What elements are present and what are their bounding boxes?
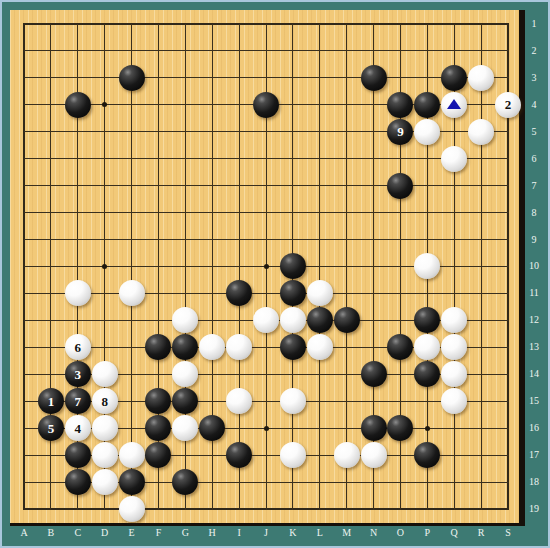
row-label-17: 17 — [522, 448, 546, 462]
column-label-f: F — [148, 526, 168, 542]
go-diagram-window: 296317854 ABCDEFGHIJKLMNOPQRS12345678910… — [0, 0, 550, 548]
stone-black-c14: 3 — [65, 361, 91, 387]
column-label-q: Q — [444, 526, 464, 542]
stone-white-k17 — [280, 442, 306, 468]
stone-black-l12 — [307, 307, 333, 333]
move-number-label-3: 3 — [75, 368, 82, 381]
stone-white-e19 — [119, 496, 145, 522]
stone-white-q4 — [441, 92, 467, 118]
column-label-m: M — [337, 526, 357, 542]
stone-black-n14 — [361, 361, 387, 387]
row-label-13: 13 — [522, 340, 546, 354]
stone-white-d16 — [92, 415, 118, 441]
move-number-label-6: 6 — [75, 341, 82, 354]
row-label-8: 8 — [522, 206, 546, 220]
column-label-s: S — [498, 526, 518, 542]
row-label-6: 6 — [522, 152, 546, 166]
column-label-c: C — [68, 526, 88, 542]
stone-white-l13 — [307, 334, 333, 360]
row-label-3: 3 — [522, 71, 546, 85]
grid-vline-L — [319, 24, 320, 510]
stone-black-e18 — [119, 469, 145, 495]
row-label-4: 4 — [522, 98, 546, 112]
grid-vline-E — [131, 24, 132, 510]
grid-hline-3 — [24, 77, 509, 78]
column-label-a: A — [14, 526, 34, 542]
stone-white-c13: 6 — [65, 334, 91, 360]
row-label-2: 2 — [522, 44, 546, 58]
column-label-p: P — [417, 526, 437, 542]
column-label-g: G — [175, 526, 195, 542]
grid-hline-8 — [24, 212, 509, 213]
stone-black-e3 — [119, 65, 145, 91]
stone-black-q3 — [441, 65, 467, 91]
grid-hline-6 — [24, 158, 509, 159]
row-label-12: 12 — [522, 313, 546, 327]
grid-hline-9 — [24, 239, 509, 240]
stone-black-c15: 7 — [65, 388, 91, 414]
star-point-p16 — [425, 426, 430, 431]
stone-white-p5 — [414, 119, 440, 145]
column-label-n: N — [364, 526, 384, 542]
row-label-19: 19 — [522, 502, 546, 516]
grid-vline-R — [481, 24, 482, 510]
stone-white-m17 — [334, 442, 360, 468]
stone-white-e17 — [119, 442, 145, 468]
move-number-label-7: 7 — [75, 395, 82, 408]
stone-black-p4 — [414, 92, 440, 118]
move-number-label-5: 5 — [48, 422, 55, 435]
column-label-h: H — [202, 526, 222, 542]
row-label-11: 11 — [522, 286, 546, 300]
stone-white-d14 — [92, 361, 118, 387]
stone-white-d18 — [92, 469, 118, 495]
column-label-e: E — [122, 526, 142, 542]
stone-white-r5 — [468, 119, 494, 145]
star-point-j10 — [264, 264, 269, 269]
stone-black-c18 — [65, 469, 91, 495]
row-label-7: 7 — [522, 179, 546, 193]
row-label-10: 10 — [522, 259, 546, 273]
grid-hline-2 — [24, 50, 509, 51]
star-point-j16 — [264, 426, 269, 431]
row-label-18: 18 — [522, 475, 546, 489]
column-label-b: B — [41, 526, 61, 542]
column-label-j: J — [256, 526, 276, 542]
stone-white-d17 — [92, 442, 118, 468]
stone-black-o7 — [387, 173, 413, 199]
row-label-5: 5 — [522, 125, 546, 139]
go-board[interactable]: 296317854 — [10, 10, 525, 526]
move-number-label-4: 4 — [75, 422, 82, 435]
move-number-label-1: 1 — [48, 395, 55, 408]
stone-black-b16: 5 — [38, 415, 64, 441]
stone-white-s4: 2 — [495, 92, 521, 118]
column-label-d: D — [95, 526, 115, 542]
stone-white-r3 — [468, 65, 494, 91]
stone-white-n17 — [361, 442, 387, 468]
stone-black-j4 — [253, 92, 279, 118]
row-label-15: 15 — [522, 394, 546, 408]
row-label-1: 1 — [522, 17, 546, 31]
grid-vline-I — [239, 24, 240, 510]
column-label-i: I — [229, 526, 249, 542]
move-number-label-8: 8 — [101, 395, 108, 408]
stone-black-c4 — [65, 92, 91, 118]
grid-hline-7 — [24, 185, 509, 186]
stone-white-k15 — [280, 388, 306, 414]
grid-hline-11 — [24, 293, 509, 294]
triangle-marker — [447, 99, 461, 109]
stone-black-b15: 1 — [38, 388, 64, 414]
move-number-label-2: 2 — [505, 98, 512, 111]
column-label-r: R — [471, 526, 491, 542]
stone-black-n3 — [361, 65, 387, 91]
stone-white-c16: 4 — [65, 415, 91, 441]
stone-white-d15: 8 — [92, 388, 118, 414]
column-label-k: K — [283, 526, 303, 542]
row-label-14: 14 — [522, 367, 546, 381]
stone-white-e11 — [119, 280, 145, 306]
grid-vline-M — [346, 24, 347, 510]
stone-black-m12 — [334, 307, 360, 333]
move-number-label-9: 9 — [397, 125, 404, 138]
column-label-o: O — [390, 526, 410, 542]
column-label-l: L — [310, 526, 330, 542]
stone-black-c17 — [65, 442, 91, 468]
row-label-9: 9 — [522, 233, 546, 247]
stone-white-q6 — [441, 146, 467, 172]
row-label-16: 16 — [522, 421, 546, 435]
stone-black-n16 — [361, 415, 387, 441]
